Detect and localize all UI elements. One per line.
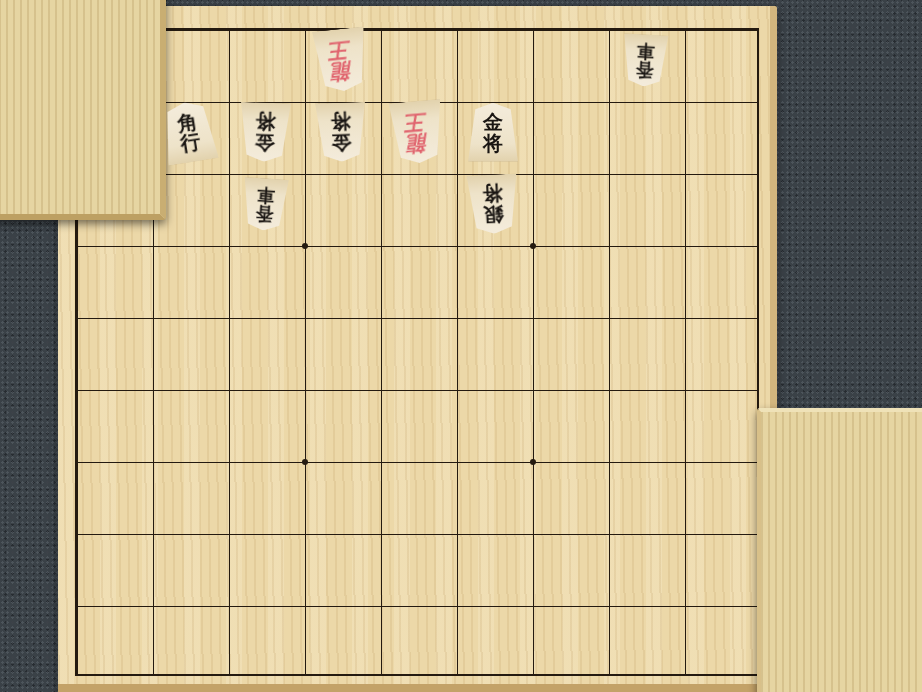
cell-8f[interactable] <box>153 390 229 462</box>
cell-1d[interactable] <box>685 246 761 318</box>
cell-6f[interactable] <box>305 390 381 462</box>
cell-1a[interactable] <box>685 30 761 102</box>
hoshi-dot <box>530 459 536 465</box>
cell-9e[interactable] <box>77 318 153 390</box>
cell-6e[interactable] <box>305 318 381 390</box>
hoshi-dot <box>530 243 536 249</box>
cell-2g[interactable] <box>609 462 685 534</box>
cell-8d[interactable] <box>153 246 229 318</box>
piece-kanji: 金 <box>254 132 275 153</box>
cell-8h[interactable] <box>153 534 229 606</box>
cell-1i[interactable] <box>685 606 761 678</box>
cell-3a[interactable] <box>533 30 609 102</box>
cell-1h[interactable] <box>685 534 761 606</box>
piece-kanji: 銀 <box>483 204 504 225</box>
cell-9d[interactable] <box>77 246 153 318</box>
cell-5d[interactable] <box>381 246 457 318</box>
piece-kanji: 香 <box>635 60 654 79</box>
cell-9f[interactable] <box>77 390 153 462</box>
cell-6g[interactable] <box>305 462 381 534</box>
piece-kanji: 王 <box>405 110 428 133</box>
cell-2f[interactable] <box>609 390 685 462</box>
cell-5i[interactable] <box>381 606 457 678</box>
cell-4f[interactable] <box>457 390 533 462</box>
cell-4i[interactable] <box>457 606 533 678</box>
cell-6c[interactable] <box>305 174 381 246</box>
piece-kanji: 王 <box>328 38 351 61</box>
cell-3e[interactable] <box>533 318 609 390</box>
piece-kanji: 将 <box>482 183 503 204</box>
cell-5a[interactable] <box>381 30 457 102</box>
cell-5g[interactable] <box>381 462 457 534</box>
piece-kanji: 金 <box>331 132 352 153</box>
cell-7a[interactable] <box>229 30 305 102</box>
piece-kanji: 車 <box>636 42 655 61</box>
cell-1f[interactable] <box>685 390 761 462</box>
piece-kanji: 将 <box>483 132 503 152</box>
cell-2c[interactable] <box>609 174 685 246</box>
cell-3c[interactable] <box>533 174 609 246</box>
piece-kanji: 車 <box>256 185 275 205</box>
cell-7g[interactable] <box>229 462 305 534</box>
cell-5c[interactable] <box>381 174 457 246</box>
piece-kanji: 将 <box>255 112 276 133</box>
desk-background: { "game": "shogi", "scene_description": … <box>0 0 922 692</box>
cell-1g[interactable] <box>685 462 761 534</box>
cell-5h[interactable] <box>381 534 457 606</box>
cell-4e[interactable] <box>457 318 533 390</box>
cell-6h[interactable] <box>305 534 381 606</box>
cell-5e[interactable] <box>381 318 457 390</box>
cell-3g[interactable] <box>533 462 609 534</box>
cell-5f[interactable] <box>381 390 457 462</box>
piece-kanji: 行 <box>179 131 202 154</box>
cell-4h[interactable] <box>457 534 533 606</box>
cell-3f[interactable] <box>533 390 609 462</box>
cell-9g[interactable] <box>77 462 153 534</box>
cell-4g[interactable] <box>457 462 533 534</box>
cell-7f[interactable] <box>229 390 305 462</box>
cell-6d[interactable] <box>305 246 381 318</box>
cell-2i[interactable] <box>609 606 685 678</box>
hoshi-dot <box>302 243 308 249</box>
cell-1b[interactable] <box>685 102 761 174</box>
cell-7d[interactable] <box>229 246 305 318</box>
cell-6i[interactable] <box>305 606 381 678</box>
cell-3h[interactable] <box>533 534 609 606</box>
cell-3i[interactable] <box>533 606 609 678</box>
sente-piece-stand <box>757 408 922 692</box>
cell-9h[interactable] <box>77 534 153 606</box>
cell-3d[interactable] <box>533 246 609 318</box>
cell-7h[interactable] <box>229 534 305 606</box>
hoshi-dot <box>302 459 308 465</box>
cell-3b[interactable] <box>533 102 609 174</box>
cell-4d[interactable] <box>457 246 533 318</box>
cell-8e[interactable] <box>153 318 229 390</box>
cell-2d[interactable] <box>609 246 685 318</box>
cell-7e[interactable] <box>229 318 305 390</box>
cell-8g[interactable] <box>153 462 229 534</box>
cell-8i[interactable] <box>153 606 229 678</box>
piece-kanji: 将 <box>330 112 351 133</box>
cell-1e[interactable] <box>685 318 761 390</box>
cell-9i[interactable] <box>77 606 153 678</box>
gote-piece-stand <box>0 0 166 220</box>
cell-2h[interactable] <box>609 534 685 606</box>
cell-2e[interactable] <box>609 318 685 390</box>
piece-kanji: 金 <box>483 112 503 132</box>
cell-4a[interactable] <box>457 30 533 102</box>
cell-2b[interactable] <box>609 102 685 174</box>
cell-7i[interactable] <box>229 606 305 678</box>
cell-1c[interactable] <box>685 174 761 246</box>
